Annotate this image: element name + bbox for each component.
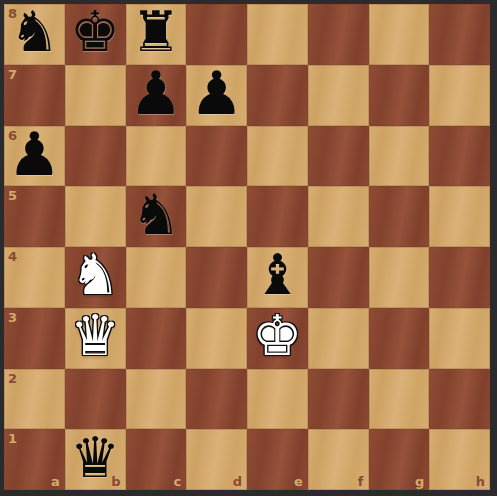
square-b2[interactable] <box>65 369 126 430</box>
chess-board: 8♞♚♜7♟♟6♟5♞4♞♝3♛♚21ab♛cdefgh <box>4 4 490 490</box>
square-f6[interactable] <box>308 126 369 187</box>
square-g4[interactable] <box>369 247 430 308</box>
square-g1[interactable]: g <box>369 429 430 490</box>
square-d2[interactable] <box>186 369 247 430</box>
square-c8[interactable]: ♜ <box>126 4 187 65</box>
square-c3[interactable] <box>126 308 187 369</box>
square-b4[interactable]: ♞ <box>65 247 126 308</box>
square-e8[interactable] <box>247 4 308 65</box>
square-h2[interactable] <box>429 369 490 430</box>
square-a1[interactable]: 1a <box>4 429 65 490</box>
rank-label-4: 4 <box>8 250 17 263</box>
square-c5[interactable]: ♞ <box>126 186 187 247</box>
square-d8[interactable] <box>186 4 247 65</box>
square-g5[interactable] <box>369 186 430 247</box>
square-g8[interactable] <box>369 4 430 65</box>
square-f7[interactable] <box>308 65 369 126</box>
square-b7[interactable] <box>65 65 126 126</box>
square-h8[interactable] <box>429 4 490 65</box>
piece-white-king-e3[interactable]: ♚ <box>252 308 302 364</box>
square-b5[interactable] <box>65 186 126 247</box>
square-h5[interactable] <box>429 186 490 247</box>
square-g2[interactable] <box>369 369 430 430</box>
square-d7[interactable]: ♟ <box>186 65 247 126</box>
rank-label-1: 1 <box>8 432 17 445</box>
file-label-g: g <box>415 475 424 488</box>
square-d4[interactable] <box>186 247 247 308</box>
rank-label-5: 5 <box>8 189 17 202</box>
square-c2[interactable] <box>126 369 187 430</box>
square-e5[interactable] <box>247 186 308 247</box>
square-f4[interactable] <box>308 247 369 308</box>
piece-black-knight-c5[interactable]: ♞ <box>131 187 181 243</box>
square-e4[interactable]: ♝ <box>247 247 308 308</box>
square-a4[interactable]: 4 <box>4 247 65 308</box>
square-a3[interactable]: 3 <box>4 308 65 369</box>
file-label-c: c <box>174 475 182 488</box>
rank-label-7: 7 <box>8 68 17 81</box>
square-f3[interactable] <box>308 308 369 369</box>
square-d3[interactable] <box>186 308 247 369</box>
square-a6[interactable]: 6♟ <box>4 126 65 187</box>
file-label-e: e <box>294 475 303 488</box>
square-f1[interactable]: f <box>308 429 369 490</box>
square-f8[interactable] <box>308 4 369 65</box>
square-e1[interactable]: e <box>247 429 308 490</box>
square-f2[interactable] <box>308 369 369 430</box>
square-e3[interactable]: ♚ <box>247 308 308 369</box>
piece-black-knight-a8[interactable]: ♞ <box>9 4 59 60</box>
file-label-a: a <box>51 475 60 488</box>
square-h4[interactable] <box>429 247 490 308</box>
square-a2[interactable]: 2 <box>4 369 65 430</box>
square-b1[interactable]: b♛ <box>65 429 126 490</box>
square-f5[interactable] <box>308 186 369 247</box>
piece-black-pawn-a6[interactable]: ♟ <box>7 126 61 184</box>
piece-black-bishop-e4[interactable]: ♝ <box>252 247 302 303</box>
square-e2[interactable] <box>247 369 308 430</box>
square-a7[interactable]: 7 <box>4 65 65 126</box>
square-a8[interactable]: 8♞ <box>4 4 65 65</box>
file-label-f: f <box>358 475 364 488</box>
square-b3[interactable]: ♛ <box>65 308 126 369</box>
square-d1[interactable]: d <box>186 429 247 490</box>
square-c6[interactable] <box>126 126 187 187</box>
file-label-h: h <box>476 475 485 488</box>
square-g3[interactable] <box>369 308 430 369</box>
square-g7[interactable] <box>369 65 430 126</box>
square-h7[interactable] <box>429 65 490 126</box>
square-c4[interactable] <box>126 247 187 308</box>
square-b8[interactable]: ♚ <box>65 4 126 65</box>
square-g6[interactable] <box>369 126 430 187</box>
piece-black-pawn-d7[interactable]: ♟ <box>190 65 244 123</box>
piece-black-rook-c8[interactable]: ♜ <box>131 4 181 60</box>
piece-white-queen-b3[interactable]: ♛ <box>70 308 120 364</box>
square-d6[interactable] <box>186 126 247 187</box>
square-e6[interactable] <box>247 126 308 187</box>
square-b6[interactable] <box>65 126 126 187</box>
file-label-d: d <box>233 475 242 488</box>
square-d5[interactable] <box>186 186 247 247</box>
rank-label-3: 3 <box>8 311 17 324</box>
square-c1[interactable]: c <box>126 429 187 490</box>
square-h1[interactable]: h <box>429 429 490 490</box>
piece-black-queen-b1[interactable]: ♛ <box>70 430 120 486</box>
piece-black-king-b8[interactable]: ♚ <box>70 4 120 60</box>
square-e7[interactable] <box>247 65 308 126</box>
square-c7[interactable]: ♟ <box>126 65 187 126</box>
square-h3[interactable] <box>429 308 490 369</box>
piece-white-knight-b4[interactable]: ♞ <box>70 247 120 303</box>
piece-black-pawn-c7[interactable]: ♟ <box>129 65 183 123</box>
rank-label-2: 2 <box>8 372 17 385</box>
square-h6[interactable] <box>429 126 490 187</box>
square-a5[interactable]: 5 <box>4 186 65 247</box>
chess-board-frame: 8♞♚♜7♟♟6♟5♞4♞♝3♛♚21ab♛cdefgh <box>0 0 497 496</box>
